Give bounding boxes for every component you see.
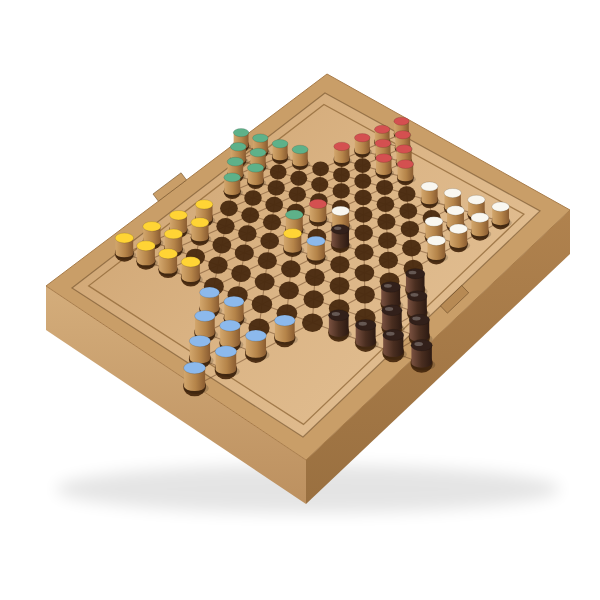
peg-cap-red — [334, 142, 350, 150]
peg-yellow[interactable] — [137, 241, 158, 268]
gloss-highlight — [334, 227, 341, 230]
peg-cap-green — [227, 157, 243, 166]
hole-empty[interactable] — [252, 295, 272, 313]
peg-cap-green — [292, 145, 308, 154]
peg-cap-yellow — [191, 218, 209, 228]
peg-red[interactable] — [334, 142, 352, 165]
peg-dark_brown[interactable] — [383, 329, 407, 360]
hole-empty[interactable] — [255, 273, 275, 291]
peg-cap-blue — [200, 287, 220, 298]
peg-cap-white — [332, 206, 350, 215]
hole-empty[interactable] — [270, 165, 287, 180]
peg-white[interactable] — [449, 224, 470, 250]
peg-cap-red — [396, 145, 412, 154]
hole-empty[interactable] — [330, 256, 349, 273]
hole-empty[interactable] — [265, 197, 283, 213]
peg-cap-blue — [274, 315, 295, 326]
peg-cap-green — [233, 128, 249, 136]
peg-white[interactable] — [492, 202, 512, 227]
hole-empty[interactable] — [354, 158, 371, 173]
hole-empty[interactable] — [355, 286, 375, 304]
peg-cap-blue — [224, 296, 244, 307]
gloss-highlight — [410, 293, 418, 297]
peg-green[interactable] — [292, 145, 310, 168]
hole-empty[interactable] — [235, 244, 254, 261]
hole-empty[interactable] — [231, 265, 251, 282]
hole-empty[interactable] — [241, 207, 259, 223]
peg-red[interactable] — [354, 134, 372, 157]
peg-blue[interactable] — [184, 362, 209, 394]
peg-cap-white — [449, 224, 467, 234]
hole-empty[interactable] — [354, 225, 372, 241]
hole-empty[interactable] — [212, 237, 231, 254]
hole-empty[interactable] — [354, 207, 372, 223]
hole-empty[interactable] — [305, 269, 325, 286]
peg-cap-green — [250, 148, 266, 157]
hole-empty[interactable] — [290, 171, 307, 186]
hole-empty[interactable] — [268, 180, 285, 195]
peg-cap-white — [492, 202, 510, 211]
peg-cap-green — [224, 173, 241, 182]
hole-empty[interactable] — [398, 186, 415, 201]
peg-cap-red — [309, 199, 327, 208]
peg-cap-red — [354, 134, 370, 142]
hole-empty[interactable] — [312, 161, 329, 176]
peg-cap-red — [394, 117, 409, 125]
peg-dark_brown[interactable] — [331, 225, 352, 251]
gloss-highlight — [412, 317, 420, 321]
peg-yellow[interactable] — [181, 257, 203, 285]
hole-empty[interactable] — [220, 200, 238, 216]
peg-dark_brown[interactable] — [355, 319, 379, 349]
peg-white[interactable] — [421, 182, 440, 207]
peg-cap-white — [425, 217, 443, 227]
hole-empty[interactable] — [279, 282, 299, 300]
hole-empty[interactable] — [354, 190, 371, 205]
hole-empty[interactable] — [258, 252, 277, 269]
peg-cap-yellow — [195, 200, 213, 209]
peg-cap-blue — [307, 236, 326, 246]
peg-cap-yellow — [115, 233, 133, 243]
hole-empty[interactable] — [304, 290, 324, 308]
gloss-highlight — [386, 332, 394, 336]
peg-white[interactable] — [471, 213, 491, 239]
peg-cap-white — [444, 188, 461, 197]
peg-blue[interactable] — [307, 236, 328, 263]
peg-cap-red — [395, 131, 411, 139]
peg-cap-green — [247, 163, 264, 172]
chinese-checkers-board — [0, 0, 600, 600]
peg-cap-green — [230, 143, 246, 151]
peg-cap-red — [374, 125, 389, 133]
peg-cap-white — [421, 182, 438, 191]
hole-empty[interactable] — [354, 174, 371, 189]
peg-cap-white — [468, 195, 485, 204]
hole-empty[interactable] — [302, 314, 323, 333]
hole-empty[interactable] — [355, 264, 375, 281]
peg-cap-green — [253, 134, 269, 142]
peg-cap-red — [376, 154, 392, 163]
peg-cap-yellow — [164, 229, 182, 239]
hole-empty[interactable] — [377, 196, 395, 212]
peg-red[interactable] — [376, 154, 394, 178]
hole-empty[interactable] — [401, 221, 419, 237]
product-photo — [0, 0, 600, 600]
peg-cap-blue — [220, 320, 241, 331]
hole-empty[interactable] — [289, 187, 306, 202]
peg-cap-yellow — [137, 241, 156, 251]
hole-empty[interactable] — [379, 252, 398, 269]
hole-empty[interactable] — [260, 233, 279, 249]
peg-yellow[interactable] — [283, 229, 304, 256]
hole-empty[interactable] — [263, 214, 281, 230]
hole-empty[interactable] — [399, 203, 417, 219]
peg-blue[interactable] — [215, 346, 240, 377]
peg-dark_brown[interactable] — [328, 310, 351, 340]
peg-red[interactable] — [309, 199, 329, 224]
hole-empty[interactable] — [216, 218, 234, 234]
peg-cap-blue — [184, 362, 206, 374]
gloss-highlight — [414, 342, 423, 346]
hole-empty[interactable] — [208, 257, 227, 274]
peg-cap-blue — [195, 310, 216, 321]
peg-green[interactable] — [224, 173, 243, 197]
peg-cap-red — [375, 139, 391, 147]
peg-cap-white — [427, 236, 446, 246]
gloss-highlight — [332, 312, 340, 316]
peg-cap-yellow — [181, 257, 200, 267]
peg-cap-blue — [189, 335, 210, 346]
peg-white[interactable] — [427, 236, 448, 263]
hole-empty[interactable] — [333, 183, 350, 198]
hole-empty[interactable] — [333, 167, 350, 182]
peg-yellow[interactable] — [191, 218, 212, 244]
hole-empty[interactable] — [378, 232, 397, 248]
peg-cap-white — [471, 213, 489, 223]
hole-empty[interactable] — [376, 180, 393, 195]
peg-green[interactable] — [247, 163, 266, 187]
peg-cap-green — [272, 140, 288, 148]
peg-cap-yellow — [159, 249, 178, 259]
peg-yellow[interactable] — [115, 233, 136, 260]
peg-yellow[interactable] — [159, 249, 180, 276]
hole-empty[interactable] — [281, 260, 300, 277]
hole-empty[interactable] — [355, 244, 374, 261]
peg-blue[interactable] — [274, 315, 298, 345]
gloss-highlight — [384, 284, 392, 288]
peg-cap-yellow — [143, 222, 161, 232]
hole-empty[interactable] — [238, 225, 257, 241]
peg-cap-red — [397, 160, 413, 169]
peg-cap-blue — [215, 346, 237, 358]
peg-green[interactable] — [272, 140, 290, 163]
hole-empty[interactable] — [330, 277, 350, 295]
peg-cap-green — [285, 210, 303, 219]
peg-cap-yellow — [170, 210, 188, 220]
hole-empty[interactable] — [377, 214, 395, 230]
hole-empty[interactable] — [311, 177, 328, 192]
peg-red[interactable] — [397, 160, 416, 184]
peg-blue[interactable] — [189, 335, 213, 366]
peg-cap-yellow — [283, 229, 301, 239]
hole-empty[interactable] — [244, 190, 262, 205]
gloss-highlight — [359, 322, 367, 326]
peg-cap-blue — [245, 330, 266, 341]
gloss-highlight — [385, 307, 393, 311]
gloss-highlight — [409, 271, 417, 275]
peg-cap-white — [447, 206, 465, 215]
peg-blue[interactable] — [245, 330, 269, 361]
peg-dark_brown[interactable] — [411, 339, 435, 370]
hole-empty[interactable] — [402, 240, 421, 257]
